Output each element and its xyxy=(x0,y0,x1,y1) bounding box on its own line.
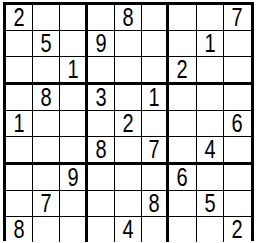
cell-r9c6[interactable] xyxy=(142,217,169,242)
cell-r4c5[interactable] xyxy=(115,85,142,111)
cell-r8c9[interactable] xyxy=(224,191,251,217)
cell-r7c4[interactable] xyxy=(88,165,115,191)
cell-r3c5[interactable] xyxy=(115,57,142,85)
given-digit: 7 xyxy=(232,5,243,30)
cell-r5c1[interactable]: 1 xyxy=(6,111,33,137)
cell-r4c4[interactable]: 3 xyxy=(88,85,115,111)
cell-r1c4[interactable] xyxy=(88,5,115,31)
cell-r1c2[interactable] xyxy=(33,5,60,31)
cell-r7c2[interactable] xyxy=(33,165,60,191)
cell-r6c6[interactable]: 7 xyxy=(142,137,169,165)
cell-r1c8[interactable] xyxy=(197,5,224,31)
cell-r4c9[interactable] xyxy=(224,85,251,111)
cell-r1c7[interactable] xyxy=(169,5,196,31)
given-digit: 5 xyxy=(204,191,215,216)
cell-r5c3[interactable] xyxy=(60,111,87,137)
given-digit: 7 xyxy=(41,191,52,216)
given-digit: 8 xyxy=(41,85,52,110)
cell-r8c7[interactable] xyxy=(169,191,196,217)
cell-r7c6[interactable] xyxy=(142,165,169,191)
cell-r7c5[interactable] xyxy=(115,165,142,191)
sudoku-board: 2875911283112687496785842 xyxy=(3,2,254,241)
cell-r5c9[interactable]: 6 xyxy=(224,111,251,137)
given-digit: 7 xyxy=(149,137,160,162)
given-digit: 8 xyxy=(122,5,133,30)
cell-r2c6[interactable] xyxy=(142,31,169,57)
cell-r2c2[interactable]: 5 xyxy=(33,31,60,57)
cell-r2c5[interactable] xyxy=(115,31,142,57)
given-digit: 2 xyxy=(122,111,133,136)
cell-r7c1[interactable] xyxy=(6,165,33,191)
cell-r2c3[interactable] xyxy=(60,31,87,57)
cell-r1c1[interactable]: 2 xyxy=(6,5,33,31)
cell-r6c8[interactable]: 4 xyxy=(197,137,224,165)
cell-r8c1[interactable] xyxy=(6,191,33,217)
cell-r3c7[interactable]: 2 xyxy=(169,57,196,85)
cell-r7c8[interactable] xyxy=(197,165,224,191)
cell-r4c6[interactable]: 1 xyxy=(142,85,169,111)
cell-r9c1[interactable]: 8 xyxy=(6,217,33,242)
given-digit: 1 xyxy=(149,85,160,110)
cell-r3c9[interactable] xyxy=(224,57,251,85)
cell-r2c1[interactable] xyxy=(6,31,33,57)
cell-r5c5[interactable]: 2 xyxy=(115,111,142,137)
cell-r1c9[interactable]: 7 xyxy=(224,5,251,31)
cell-r4c8[interactable] xyxy=(197,85,224,111)
given-digit: 6 xyxy=(232,111,243,136)
given-digit: 4 xyxy=(122,217,133,242)
given-digit: 1 xyxy=(204,31,215,56)
given-digit: 2 xyxy=(14,5,25,30)
cell-r8c2[interactable]: 7 xyxy=(33,191,60,217)
cell-r3c1[interactable] xyxy=(6,57,33,85)
cell-r6c9[interactable] xyxy=(224,137,251,165)
given-digit: 9 xyxy=(67,165,78,190)
cell-r9c9[interactable]: 2 xyxy=(224,217,251,242)
cell-r6c1[interactable] xyxy=(6,137,33,165)
cell-r3c6[interactable] xyxy=(142,57,169,85)
given-digit: 1 xyxy=(67,57,78,82)
given-digit: 8 xyxy=(95,137,106,162)
given-digit: 8 xyxy=(149,191,160,216)
cell-r8c3[interactable] xyxy=(60,191,87,217)
cell-r2c8[interactable]: 1 xyxy=(197,31,224,57)
cell-r3c3[interactable]: 1 xyxy=(60,57,87,85)
cell-r9c2[interactable] xyxy=(33,217,60,242)
cell-r4c2[interactable]: 8 xyxy=(33,85,60,111)
cell-r4c7[interactable] xyxy=(169,85,196,111)
cell-r7c3[interactable]: 9 xyxy=(60,165,87,191)
cell-r7c7[interactable]: 6 xyxy=(169,165,196,191)
cell-r2c9[interactable] xyxy=(224,31,251,57)
given-digit: 4 xyxy=(204,137,215,162)
given-digit: 5 xyxy=(41,31,52,56)
cell-r9c4[interactable] xyxy=(88,217,115,242)
cell-r9c5[interactable]: 4 xyxy=(115,217,142,242)
cell-r3c4[interactable] xyxy=(88,57,115,85)
cell-r8c6[interactable]: 8 xyxy=(142,191,169,217)
cell-r2c4[interactable]: 9 xyxy=(88,31,115,57)
cell-r3c8[interactable] xyxy=(197,57,224,85)
cell-r5c6[interactable] xyxy=(142,111,169,137)
given-digit: 2 xyxy=(177,57,188,82)
given-digit: 1 xyxy=(14,111,25,136)
cell-r7c9[interactable] xyxy=(224,165,251,191)
cell-r8c5[interactable] xyxy=(115,191,142,217)
cell-r1c3[interactable] xyxy=(60,5,87,31)
cell-r3c2[interactable] xyxy=(33,57,60,85)
cell-r6c7[interactable] xyxy=(169,137,196,165)
cell-r5c4[interactable] xyxy=(88,111,115,137)
cell-r2c7[interactable] xyxy=(169,31,196,57)
cell-r6c4[interactable]: 8 xyxy=(88,137,115,165)
cell-r1c6[interactable] xyxy=(142,5,169,31)
cell-r8c4[interactable] xyxy=(88,191,115,217)
given-digit: 6 xyxy=(177,165,188,190)
cell-r6c2[interactable] xyxy=(33,137,60,165)
cell-r6c3[interactable] xyxy=(60,137,87,165)
cell-r9c8[interactable] xyxy=(197,217,224,242)
cell-r4c3[interactable] xyxy=(60,85,87,111)
given-digit: 8 xyxy=(14,217,25,242)
cell-r8c8[interactable]: 5 xyxy=(197,191,224,217)
cell-r5c7[interactable] xyxy=(169,111,196,137)
given-digit: 3 xyxy=(95,85,106,110)
cell-r5c8[interactable] xyxy=(197,111,224,137)
cell-r9c7[interactable] xyxy=(169,217,196,242)
cell-r4c1[interactable] xyxy=(6,85,33,111)
cell-r5c2[interactable] xyxy=(33,111,60,137)
given-digit: 2 xyxy=(232,217,243,242)
given-digit: 9 xyxy=(95,31,106,56)
cell-r9c3[interactable] xyxy=(60,217,87,242)
cell-r1c5[interactable]: 8 xyxy=(115,5,142,31)
cell-r6c5[interactable] xyxy=(115,137,142,165)
